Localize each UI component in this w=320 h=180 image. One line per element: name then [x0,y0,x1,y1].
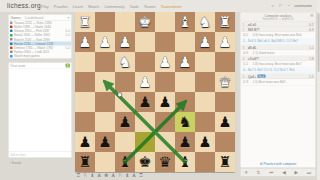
games-rows: Tarasov 2215 — Krejci 2180Muller 1998 — … [9,21,72,59]
game-list-text: Watch more games [14,55,40,58]
username-link[interactable]: username [294,3,312,8]
filter-icon[interactable]: ≡ [67,16,69,20]
square-a4[interactable]: ♛ [215,72,235,92]
black-king-e8[interactable]: ♚ [135,152,155,172]
white-pawn-e4[interactable]: ♟ [135,72,155,92]
move-eval: 1.8 [309,57,314,61]
black-bishop-f8[interactable]: ♝ [115,152,135,172]
black-knight-c6[interactable]: ♞ [175,112,195,132]
square-b8[interactable] [195,152,215,172]
nav-menu: PlayPuzzlesLearnWatchCommunityToolsTeams… [41,4,182,9]
square-b7[interactable]: ♟ [195,132,215,152]
square-a7[interactable] [215,132,235,152]
black-pawn-f6[interactable]: ♟ [115,112,135,132]
square-h7[interactable]: ♟ [75,132,95,152]
last-move-icon[interactable]: ⏭ [307,170,311,175]
time-control-badge: 1+0 [65,34,70,37]
move-san[interactable]: Qa4+ [248,74,256,78]
square-c6[interactable]: ♞ [175,112,195,132]
move-eval: 0.9 [309,28,314,32]
white-pawn-a2[interactable]: ♟ [215,32,235,52]
square-f7[interactable] [115,132,135,152]
white-pawn-h2[interactable]: ♟ [75,32,95,52]
move-list: 1e4 e50.22Nf3 f6?!0.9(0.2 → 0.9) Inaccur… [241,22,316,85]
first-move-icon[interactable]: ⏮ [269,170,273,175]
square-f4[interactable] [115,72,135,92]
analysis-subtitle: Stockfish 8 — depth 20 [241,17,316,20]
black-rook-a8[interactable]: ♜ [215,152,235,172]
square-a5[interactable] [215,92,235,112]
square-f1[interactable] [115,12,135,32]
chat-messages [9,69,72,151]
last-move-highlight [135,132,155,152]
search-icon[interactable]: ⌕ [271,3,274,8]
chat-input-row [9,151,72,158]
nav-item-learn[interactable]: Learn [73,4,83,9]
black-pawn-d5[interactable]: ♟ [155,92,175,112]
square-b5[interactable] [195,92,215,112]
nav-item-teams[interactable]: Teams [144,4,156,9]
move-san[interactable]: c3 a6?! [248,57,259,61]
menu-icon[interactable]: ≡ [245,170,248,175]
white-pawn-d3[interactable]: ♟ [155,52,175,72]
square-c4[interactable] [175,72,195,92]
move-eval: 1.5 [309,74,314,78]
square-c1[interactable]: ♝ [175,12,195,32]
challenge-icon[interactable]: ⚐ [278,3,282,8]
square-a2[interactable]: ♟ [215,32,235,52]
game-flag-icon [10,51,13,54]
game-flag-icon [10,47,13,50]
square-g4[interactable] [95,72,115,92]
game-flag-icon [10,21,13,24]
square-f2[interactable]: ♟ [115,32,135,52]
white-rook-h1[interactable]: ♜ [75,12,95,32]
chat-panel: Chat room 3 [8,62,72,158]
gear-icon[interactable]: ⚙ [310,14,314,18]
square-f5[interactable] [115,92,135,112]
square-h5[interactable] [75,92,95,112]
square-b6[interactable] [195,112,215,132]
game-list-text: Haruto 2230 — Lemaire 2241 [14,42,54,45]
square-d6[interactable] [155,112,175,132]
move-eval: 0.2 [309,23,314,27]
black-bishop-c8[interactable]: ♝ [175,152,195,172]
square-d2[interactable] [155,32,175,52]
black-pawn-b7[interactable]: ♟ [195,132,215,152]
white-pawn-b2[interactable]: ♟ [195,32,215,52]
time-control-badge: 3+0 [65,29,70,32]
black-pawn-e5[interactable]: ♟ [135,92,155,112]
white-queen-a4[interactable]: ♛ [215,72,235,92]
nav-item-tools[interactable]: Tools [129,4,138,9]
square-c8[interactable]: ♝ [175,152,195,172]
square-c5[interactable] [175,92,195,112]
square-d1[interactable] [155,12,175,32]
square-a6[interactable]: ♟ [215,112,235,132]
square-a3[interactable] [215,52,235,72]
nav-item-tournament-highlight[interactable]: Tournament [161,4,182,9]
black-pawn-h7[interactable]: ♟ [75,132,95,152]
white-knight-f3[interactable]: ♞ [115,52,135,72]
game-list-text: Novak 1854 — Keller 1902 [14,34,50,37]
captured-pieces-row: ♖♘♗♙♔♙♘♗♙♖ [76,172,234,178]
analysis-controls: ≡⇅⏮◀▶⏭ [240,168,316,177]
square-g8[interactable] [95,152,115,172]
square-e6[interactable] [135,112,155,132]
square-d7[interactable] [155,132,175,152]
square-e7[interactable] [135,132,155,152]
tab-games[interactable]: Games [11,16,21,20]
nav-right: ⌕⚐◔username [271,3,312,8]
square-e3[interactable] [135,52,155,72]
black-rook-h8[interactable]: ♜ [75,152,95,172]
square-d4[interactable] [155,72,175,92]
square-h4[interactable] [75,72,95,92]
game-list-text: Dimitrov 1765 — Walsh 1780 [14,46,53,49]
square-f3[interactable]: ♞ [115,52,135,72]
square-e5[interactable]: ♟ [135,92,155,112]
black-pawn-g7[interactable]: ♟ [95,132,115,152]
game-flag-icon [10,26,13,29]
practice-with-computer-link[interactable]: ⚙ Practice with computer [240,162,316,166]
site-logo[interactable]: lichess.org [7,2,41,10]
game-flag-icon [10,38,13,41]
games-list-panel: Games Leaderboard ≡ Tarasov 2215 — Krejc… [8,14,72,59]
next-move-icon[interactable]: ▶ [295,170,298,175]
white-rook-a1[interactable]: ♜ [215,12,235,32]
square-a8[interactable]: ♜ [215,152,235,172]
game-list-text: Tarasov 2215 — Krejci 2180 [14,21,52,24]
square-h3[interactable] [75,52,95,72]
nav-item-play[interactable]: Play [41,4,49,9]
scrollbar-thumb[interactable] [318,13,320,72]
nav-item-puzzles[interactable]: Puzzles [54,4,68,9]
square-g1[interactable] [95,12,115,32]
game-list-text: Farkas 2050 — Lindt 2011 [14,50,49,53]
square-f6[interactable]: ♟ [115,112,135,132]
bell-icon[interactable]: ◔ [287,3,290,8]
page: lichess.org PlayPuzzlesLearnWatchCommuni… [0,0,320,180]
white-pawn-f2[interactable]: ♟ [115,32,135,52]
game-list-text: Silvano 2310 — Petit 2287 [14,29,50,32]
chat-member-count-badge: 3 [65,64,70,68]
nav-item-community[interactable]: Community [104,4,124,9]
square-h8[interactable]: ♜ [75,152,95,172]
square-c2[interactable] [175,32,195,52]
square-g3[interactable] [95,52,115,72]
square-c7[interactable]: ♟ [175,132,195,152]
top-navbar: lichess.org PlayPuzzlesLearnWatchCommuni… [0,0,320,13]
square-h1[interactable]: ♜ [75,12,95,32]
square-e8[interactable]: ♚ [135,152,155,172]
white-bishop-c1[interactable]: ♝ [175,12,195,32]
game-list-text: Muller 1998 — Okafor 2044 [14,25,51,28]
square-g7[interactable]: ♟ [95,132,115,152]
black-pawn-c7[interactable]: ♟ [175,132,195,152]
prev-move-icon[interactable]: ◀ [282,170,285,175]
white-pawn-g2[interactable]: ♟ [95,32,115,52]
square-b2[interactable]: ♟ [195,32,215,52]
square-d5[interactable]: ♟ [155,92,175,112]
nav-item-watch[interactable]: Watch [88,4,99,9]
game-list-text: Bianchi 2105 — Soto 2099 [14,38,50,41]
square-d3[interactable]: ♟ [155,52,175,72]
white-knight-b1[interactable]: ♞ [195,12,215,32]
move-san[interactable]: d3 d5 [248,45,256,49]
flip-board-icon[interactable]: ⇅ [257,170,261,175]
square-c3[interactable]: ♟ [175,52,195,72]
white-king-e1[interactable]: ♚ [135,12,155,32]
game-flag-icon [10,34,13,37]
square-f8[interactable]: ♝ [115,152,135,172]
chess-board[interactable]: ♜♚♝♞♜♟♟♟♟♟♞♟♟♟♛♟♟♟♞♟♟♟♟♟♜♝♚♛♝♜ [75,12,235,172]
square-e1[interactable]: ♚ [135,12,155,32]
square-g5[interactable] [95,92,115,112]
analysis-header: Computer analysis Stockfish 8 — depth 20… [241,13,316,23]
square-b3[interactable] [195,52,215,72]
game-flag-icon [10,30,13,33]
square-d8[interactable]: ♛ [155,152,175,172]
chat-input[interactable] [9,153,72,156]
square-b4[interactable] [195,72,215,92]
game-flag-icon [10,42,13,45]
square-e4[interactable]: ♟ [135,72,155,92]
tab-leaderboard[interactable]: Leaderboard [25,16,43,20]
square-h2[interactable]: ♟ [75,32,95,52]
square-g6[interactable] [95,112,115,132]
analysis-panel: Computer analysis Stockfish 8 — depth 20… [240,12,316,168]
black-pawn-a6[interactable]: ♟ [215,112,235,132]
game-flag-icon [10,55,13,58]
square-g2[interactable]: ♟ [95,32,115,52]
game-list-item[interactable]: Watch more games [9,54,72,58]
black-queen-d8[interactable]: ♛ [155,152,175,172]
square-e2[interactable] [135,32,155,52]
annotation-comment: (1.8 → 1.5) Best move was Bd7. [241,79,316,85]
white-pawn-c3[interactable]: ♟ [175,52,195,72]
square-h6[interactable] [75,112,95,132]
move-san[interactable]: Nf3 f6?! [248,28,259,32]
move-san[interactable]: e4 e5 [248,23,256,27]
move-eval: 1.1 [309,45,314,49]
sound-toggle[interactable]: ♪ Sound [9,161,21,165]
square-a1[interactable]: ♜ [215,12,235,32]
current-move[interactable]: Nc6 [258,74,266,78]
square-b1[interactable]: ♞ [195,12,215,32]
time-control-badge: 5+0 [65,46,70,49]
chat-title: Chat room [10,64,25,68]
